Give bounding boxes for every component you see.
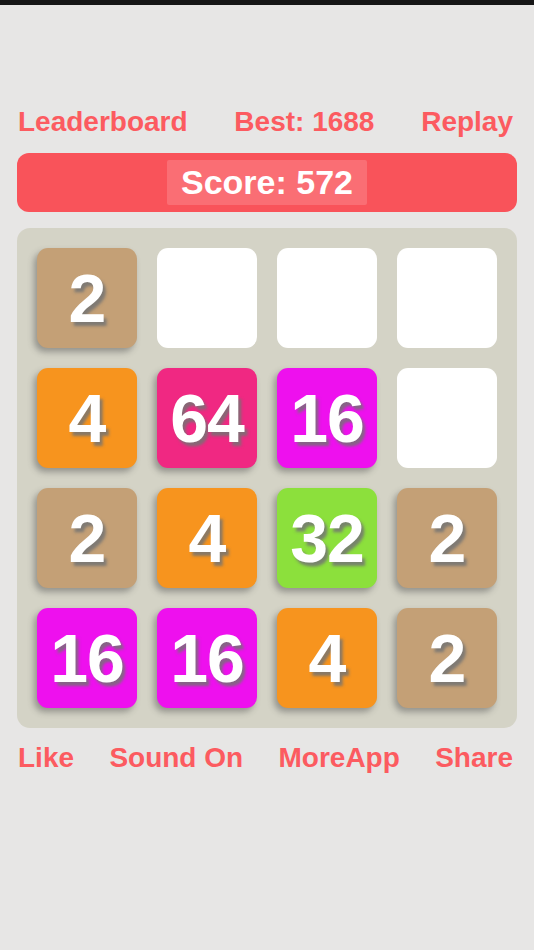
tile-number: 16 <box>290 379 364 457</box>
share-button[interactable]: Share <box>435 740 513 776</box>
tile-16: 16 <box>157 608 257 708</box>
tile-number: 4 <box>309 619 346 697</box>
tile-number: 4 <box>69 379 106 457</box>
tile-4: 4 <box>37 368 137 468</box>
moreapp-button[interactable]: MoreApp <box>278 740 399 776</box>
like-button[interactable]: Like <box>18 740 74 776</box>
tile-number: 16 <box>50 619 124 697</box>
empty-cell <box>157 248 257 348</box>
empty-cell <box>397 248 497 348</box>
score-banner: Score: 572 <box>17 153 517 212</box>
tile-16: 16 <box>277 368 377 468</box>
tile-2: 2 <box>37 248 137 348</box>
top-menu: Leaderboard Best: 1688 Replay <box>0 104 534 140</box>
app-screen: Leaderboard Best: 1688 Replay Score: 572… <box>0 0 534 950</box>
tile-number: 2 <box>69 499 106 577</box>
replay-button[interactable]: Replay <box>421 104 513 140</box>
best-score-label: Best: 1688 <box>234 104 374 140</box>
tile-number: 64 <box>170 379 244 457</box>
bottom-menu: Like Sound On MoreApp Share <box>0 740 534 776</box>
tile-number: 2 <box>69 259 106 337</box>
tile-32: 32 <box>277 488 377 588</box>
tile-4: 4 <box>277 608 377 708</box>
game-board[interactable]: 24641624322161642 <box>17 228 517 728</box>
tile-64: 64 <box>157 368 257 468</box>
sound-toggle-button[interactable]: Sound On <box>109 740 243 776</box>
tile-number: 2 <box>429 499 466 577</box>
tile-4: 4 <box>157 488 257 588</box>
score-value: Score: 572 <box>167 160 367 205</box>
leaderboard-button[interactable]: Leaderboard <box>18 104 188 140</box>
status-bar <box>0 0 534 5</box>
tile-2: 2 <box>37 488 137 588</box>
empty-cell <box>277 248 377 348</box>
tile-number: 4 <box>189 499 226 577</box>
tile-16: 16 <box>37 608 137 708</box>
tile-2: 2 <box>397 488 497 588</box>
tile-number: 16 <box>170 619 244 697</box>
tile-number: 32 <box>290 499 364 577</box>
empty-cell <box>397 368 497 468</box>
tile-number: 2 <box>429 619 466 697</box>
tile-2: 2 <box>397 608 497 708</box>
